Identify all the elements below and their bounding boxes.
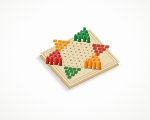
- hole-icon: [59, 41, 61, 42]
- board-hole[interactable]: [51, 63, 53, 64]
- hole-icon: [64, 45, 66, 46]
- board-hole[interactable]: [98, 68, 100, 69]
- hole-icon: [54, 41, 56, 42]
- hole-icon: [78, 69, 80, 70]
- hole-icon: [63, 42, 65, 43]
- hole-icon: [65, 68, 67, 69]
- game-board: [40, 29, 120, 86]
- hole-icon: [106, 46, 108, 47]
- hole-icon: [72, 74, 74, 75]
- hole-icon: [94, 48, 96, 49]
- hole-icon: [100, 51, 102, 52]
- hole-icon: [102, 46, 104, 47]
- hole-icon: [67, 42, 69, 43]
- hole-icon: [93, 45, 95, 46]
- target-hole-o[interactable]: [56, 48, 61, 51]
- hole-icon: [69, 77, 71, 78]
- chinese-checkers-photo: [0, 0, 150, 120]
- board-hole[interactable]: [50, 60, 52, 61]
- hole-icon: [97, 54, 99, 55]
- hole-icon: [58, 50, 60, 51]
- hole-icon: [97, 45, 99, 46]
